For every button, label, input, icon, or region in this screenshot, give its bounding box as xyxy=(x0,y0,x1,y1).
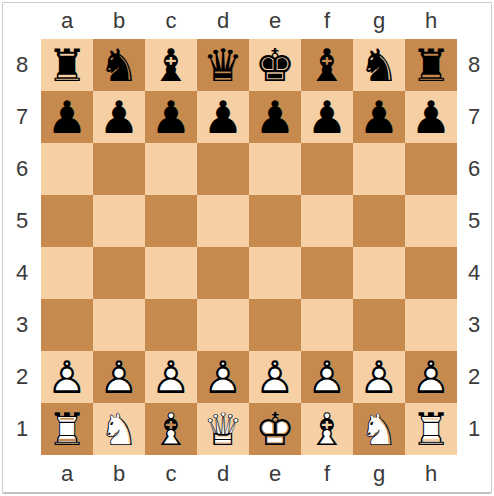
black-pawn-a7: ♟ xyxy=(41,91,93,143)
file-label-c: c xyxy=(145,461,197,487)
square-b2[interactable]: ♟♙ xyxy=(93,351,145,403)
square-h7[interactable]: ♟ xyxy=(405,91,457,143)
black-pawn-b7: ♟ xyxy=(93,91,145,143)
rank-label-6: 6 xyxy=(468,143,480,195)
board: ♜♞♝♛♚♝♞♜♟♟♟♟♟♟♟♟♟♙♟♙♟♙♟♙♟♙♟♙♟♙♟♙♜♖♞♘♝♗♛♕… xyxy=(41,39,457,455)
black-bishop-f8: ♝ xyxy=(301,39,353,91)
rank-label-2: 2 xyxy=(16,351,28,403)
black-knight-b8: ♞ xyxy=(93,39,145,91)
corner-top-left xyxy=(3,3,41,39)
file-label-a: a xyxy=(41,461,93,487)
square-a4[interactable] xyxy=(41,247,93,299)
square-h8[interactable]: ♜ xyxy=(405,39,457,91)
square-a3[interactable] xyxy=(41,299,93,351)
square-b6[interactable] xyxy=(93,143,145,195)
white-pawn-outline: ♙ xyxy=(47,355,87,400)
file-labels-top: abcdefgh xyxy=(41,3,457,39)
square-e6[interactable] xyxy=(249,143,301,195)
file-label-h: h xyxy=(405,461,457,487)
square-h1[interactable]: ♜♖ xyxy=(405,403,457,455)
white-rook-outline: ♖ xyxy=(411,407,451,452)
white-king-e1: ♚♔ xyxy=(249,403,301,455)
black-pawn-h7: ♟ xyxy=(405,91,457,143)
rank-label-7: 7 xyxy=(16,91,28,143)
square-b5[interactable] xyxy=(93,195,145,247)
black-pawn-d7: ♟ xyxy=(197,91,249,143)
black-bishop-c8: ♝ xyxy=(145,39,197,91)
square-e2[interactable]: ♟♙ xyxy=(249,351,301,403)
white-pawn-c2: ♟♙ xyxy=(145,351,197,403)
square-b1[interactable]: ♞♘ xyxy=(93,403,145,455)
white-knight-outline: ♘ xyxy=(359,407,399,452)
square-f3[interactable] xyxy=(301,299,353,351)
square-h4[interactable] xyxy=(405,247,457,299)
square-e1[interactable]: ♚♔ xyxy=(249,403,301,455)
rank-label-5: 5 xyxy=(16,195,28,247)
square-h5[interactable] xyxy=(405,195,457,247)
square-b3[interactable] xyxy=(93,299,145,351)
rank-label-1: 1 xyxy=(16,403,28,455)
white-rook-outline: ♖ xyxy=(47,407,87,452)
rank-label-4: 4 xyxy=(16,247,28,299)
white-pawn-outline: ♙ xyxy=(99,355,139,400)
square-f6[interactable] xyxy=(301,143,353,195)
square-d6[interactable] xyxy=(197,143,249,195)
square-c5[interactable] xyxy=(145,195,197,247)
square-e4[interactable] xyxy=(249,247,301,299)
white-pawn-outline: ♙ xyxy=(203,355,243,400)
square-c7[interactable]: ♟ xyxy=(145,91,197,143)
square-g7[interactable]: ♟ xyxy=(353,91,405,143)
file-label-b: b xyxy=(93,461,145,487)
file-label-e: e xyxy=(249,461,301,487)
white-bishop-c1: ♝♗ xyxy=(145,403,197,455)
square-c6[interactable] xyxy=(145,143,197,195)
black-rook-a8: ♜ xyxy=(41,39,93,91)
square-g3[interactable] xyxy=(353,299,405,351)
white-knight-outline: ♘ xyxy=(99,407,139,452)
square-a6[interactable] xyxy=(41,143,93,195)
square-g6[interactable] xyxy=(353,143,405,195)
square-b8[interactable]: ♞ xyxy=(93,39,145,91)
square-g8[interactable]: ♞ xyxy=(353,39,405,91)
square-d4[interactable] xyxy=(197,247,249,299)
rank-labels-left: 87654321 xyxy=(3,39,41,455)
white-knight-b1: ♞♘ xyxy=(93,403,145,455)
white-pawn-outline: ♙ xyxy=(307,355,347,400)
square-b7[interactable]: ♟ xyxy=(93,91,145,143)
rank-label-1: 1 xyxy=(468,403,480,455)
chess-diagram: abcdefgh 87654321 ♜♞♝♛♚♝♞♜♟♟♟♟♟♟♟♟♟♙♟♙♟♙… xyxy=(2,2,492,494)
rank-label-5: 5 xyxy=(468,195,480,247)
square-f5[interactable] xyxy=(301,195,353,247)
corner-bottom-right xyxy=(457,455,491,492)
square-f1[interactable]: ♝♗ xyxy=(301,403,353,455)
square-e5[interactable] xyxy=(249,195,301,247)
white-rook-h1: ♜♖ xyxy=(405,403,457,455)
square-g1[interactable]: ♞♘ xyxy=(353,403,405,455)
square-e7[interactable]: ♟ xyxy=(249,91,301,143)
square-c2[interactable]: ♟♙ xyxy=(145,351,197,403)
white-pawn-outline: ♙ xyxy=(359,355,399,400)
square-c8[interactable]: ♝ xyxy=(145,39,197,91)
square-e3[interactable] xyxy=(249,299,301,351)
white-pawn-outline: ♙ xyxy=(151,355,191,400)
square-e8[interactable]: ♚ xyxy=(249,39,301,91)
square-g2[interactable]: ♟♙ xyxy=(353,351,405,403)
file-label-g: g xyxy=(353,8,405,34)
square-h2[interactable]: ♟♙ xyxy=(405,351,457,403)
square-d2[interactable]: ♟♙ xyxy=(197,351,249,403)
rank-label-6: 6 xyxy=(16,143,28,195)
square-a7[interactable]: ♟ xyxy=(41,91,93,143)
file-labels-bottom: abcdefgh xyxy=(41,455,457,492)
square-c1[interactable]: ♝♗ xyxy=(145,403,197,455)
square-h6[interactable] xyxy=(405,143,457,195)
black-pawn-g7: ♟ xyxy=(353,91,405,143)
square-c4[interactable] xyxy=(145,247,197,299)
square-f8[interactable]: ♝ xyxy=(301,39,353,91)
square-b4[interactable] xyxy=(93,247,145,299)
rank-label-8: 8 xyxy=(468,39,480,91)
rank-label-2: 2 xyxy=(468,351,480,403)
white-bishop-outline: ♗ xyxy=(151,407,191,452)
square-d7[interactable]: ♟ xyxy=(197,91,249,143)
rank-label-7: 7 xyxy=(468,91,480,143)
white-queen-d1: ♛♕ xyxy=(197,403,249,455)
corner-bottom-left xyxy=(3,455,41,492)
square-g5[interactable] xyxy=(353,195,405,247)
square-d5[interactable] xyxy=(197,195,249,247)
black-pawn-c7: ♟ xyxy=(145,91,197,143)
white-knight-g1: ♞♘ xyxy=(353,403,405,455)
file-label-c: c xyxy=(145,8,197,34)
white-pawn-outline: ♙ xyxy=(255,355,295,400)
square-a8[interactable]: ♜ xyxy=(41,39,93,91)
file-label-d: d xyxy=(197,8,249,34)
square-a2[interactable]: ♟♙ xyxy=(41,351,93,403)
file-label-b: b xyxy=(93,8,145,34)
white-pawn-a2: ♟♙ xyxy=(41,351,93,403)
rank-labels-right: 87654321 xyxy=(457,39,491,455)
white-queen-outline: ♕ xyxy=(203,407,243,452)
file-label-g: g xyxy=(353,461,405,487)
square-d3[interactable] xyxy=(197,299,249,351)
file-label-d: d xyxy=(197,461,249,487)
file-label-e: e xyxy=(249,8,301,34)
rank-label-4: 4 xyxy=(468,247,480,299)
file-label-h: h xyxy=(405,8,457,34)
white-pawn-f2: ♟♙ xyxy=(301,351,353,403)
square-f2[interactable]: ♟♙ xyxy=(301,351,353,403)
white-king-outline: ♔ xyxy=(255,407,295,452)
rank-label-3: 3 xyxy=(16,299,28,351)
square-a5[interactable] xyxy=(41,195,93,247)
black-knight-g8: ♞ xyxy=(353,39,405,91)
white-pawn-g2: ♟♙ xyxy=(353,351,405,403)
white-pawn-e2: ♟♙ xyxy=(249,351,301,403)
black-rook-h8: ♜ xyxy=(405,39,457,91)
square-g4[interactable] xyxy=(353,247,405,299)
white-pawn-outline: ♙ xyxy=(411,355,451,400)
black-king-e8: ♚ xyxy=(249,39,301,91)
white-pawn-b2: ♟♙ xyxy=(93,351,145,403)
file-label-f: f xyxy=(301,461,353,487)
white-bishop-outline: ♗ xyxy=(307,407,347,452)
square-h3[interactable] xyxy=(405,299,457,351)
rank-label-8: 8 xyxy=(16,39,28,91)
white-rook-a1: ♜♖ xyxy=(41,403,93,455)
square-f4[interactable] xyxy=(301,247,353,299)
rank-label-3: 3 xyxy=(468,299,480,351)
file-label-f: f xyxy=(301,8,353,34)
square-d1[interactable]: ♛♕ xyxy=(197,403,249,455)
square-f7[interactable]: ♟ xyxy=(301,91,353,143)
file-label-a: a xyxy=(41,8,93,34)
corner-top-right xyxy=(457,3,491,39)
black-queen-d8: ♛ xyxy=(197,39,249,91)
black-pawn-e7: ♟ xyxy=(249,91,301,143)
black-pawn-f7: ♟ xyxy=(301,91,353,143)
white-bishop-f1: ♝♗ xyxy=(301,403,353,455)
white-pawn-h2: ♟♙ xyxy=(405,351,457,403)
white-pawn-d2: ♟♙ xyxy=(197,351,249,403)
square-c3[interactable] xyxy=(145,299,197,351)
square-a1[interactable]: ♜♖ xyxy=(41,403,93,455)
square-d8[interactable]: ♛ xyxy=(197,39,249,91)
